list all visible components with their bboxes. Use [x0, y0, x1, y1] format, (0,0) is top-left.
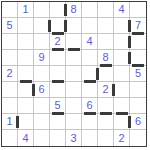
cell-r5c7[interactable]	[98, 66, 114, 82]
cell-r7c2[interactable]	[18, 98, 34, 114]
consecutive-bar-vertical-r2c3	[48, 20, 51, 32]
cell-r6c6[interactable]	[82, 82, 98, 98]
cell-r7c3[interactable]	[34, 98, 50, 114]
consecutive-bar-horizontal-r2c4	[52, 32, 64, 35]
cell-r9c1[interactable]	[2, 130, 18, 146]
cell-r2c7[interactable]	[98, 18, 114, 34]
cell-r6c5[interactable]	[66, 82, 82, 98]
cell-r2c1[interactable]: 5	[2, 18, 18, 34]
cell-r4c2[interactable]	[18, 50, 34, 66]
cell-r1c8[interactable]: 4	[114, 2, 130, 18]
cell-r8c5[interactable]	[66, 114, 82, 130]
consecutive-bar-horizontal-r3c4	[52, 48, 64, 51]
cell-r4c3[interactable]: 9	[34, 50, 50, 66]
consecutive-bar-horizontal-r3c5	[68, 48, 80, 51]
cell-r4c4[interactable]	[50, 50, 66, 66]
consecutive-bar-horizontal-r5c6	[84, 80, 96, 83]
cell-r3c9[interactable]	[130, 34, 146, 50]
cell-r8c2[interactable]	[18, 114, 34, 130]
consecutive-bar-horizontal-r7c8	[116, 112, 128, 115]
cell-r6c4[interactable]	[50, 82, 66, 98]
cell-r3c2[interactable]	[18, 34, 34, 50]
cell-r1c2[interactable]: 1	[18, 2, 34, 18]
cell-r5c3[interactable]	[34, 66, 50, 82]
cell-r5c1[interactable]: 2	[2, 66, 18, 82]
cell-r9c2[interactable]: 4	[18, 130, 34, 146]
cell-r1c7[interactable]	[98, 2, 114, 18]
consecutive-bar-horizontal-r5c2	[20, 80, 32, 83]
cell-r1c5[interactable]: 8	[66, 2, 82, 18]
cell-r3c3[interactable]	[34, 34, 50, 50]
cell-r2c2[interactable]	[18, 18, 34, 34]
consecutive-bar-horizontal-r7c7	[100, 112, 112, 115]
consecutive-bar-vertical-r8c8	[128, 116, 131, 128]
cell-r7c1[interactable]	[2, 98, 18, 114]
cell-r6c1[interactable]	[2, 82, 18, 98]
consecutive-bar-horizontal-r5c4	[52, 80, 64, 83]
cell-r8c4[interactable]	[50, 114, 66, 130]
cell-r5c5[interactable]	[66, 66, 82, 82]
consecutive-bar-vertical-r3c8	[128, 36, 131, 48]
cell-r9c6[interactable]	[82, 130, 98, 146]
cell-r1c1[interactable]	[2, 2, 18, 18]
cell-r4c1[interactable]	[2, 50, 18, 66]
cell-r9c5[interactable]: 3	[66, 130, 82, 146]
cell-r3c1[interactable]	[2, 34, 18, 50]
cell-r8c9[interactable]: 6	[130, 114, 146, 130]
cell-r6c8[interactable]	[114, 82, 130, 98]
cell-r1c6[interactable]	[82, 2, 98, 18]
cell-r8c6[interactable]	[82, 114, 98, 130]
consecutive-bar-vertical-r1c4	[64, 4, 67, 16]
consecutive-bar-vertical-r4c8	[128, 52, 131, 64]
puzzle-board: 18457249825625616432	[1, 1, 147, 147]
cell-r7c5[interactable]	[66, 98, 82, 114]
consecutive-bar-horizontal-r7c4	[52, 112, 64, 115]
cell-r9c7[interactable]	[98, 130, 114, 146]
cell-r2c5[interactable]	[66, 18, 82, 34]
cell-r1c3[interactable]	[34, 2, 50, 18]
cell-r3c7[interactable]	[98, 34, 114, 50]
consecutive-bar-vertical-r2c4	[64, 20, 67, 32]
cell-r9c8[interactable]: 2	[114, 130, 130, 146]
cell-r7c9[interactable]	[130, 98, 146, 114]
consecutive-bar-horizontal-r4c7	[100, 64, 112, 67]
consecutive-bar-horizontal-r7c6	[84, 112, 96, 115]
cell-r4c6[interactable]	[82, 50, 98, 66]
cell-r9c3[interactable]	[34, 130, 50, 146]
consecutive-bar-vertical-r8c1	[16, 116, 19, 128]
cell-r2c6[interactable]	[82, 18, 98, 34]
consecutive-bar-vertical-r6c7	[112, 84, 115, 96]
cell-r6c3[interactable]: 6	[34, 82, 50, 98]
cell-r1c9[interactable]	[130, 2, 146, 18]
cell-r4c5[interactable]	[66, 50, 82, 66]
consecutive-bar-vertical-r2c8	[128, 20, 131, 32]
cell-r5c9[interactable]: 5	[130, 66, 146, 82]
cell-r9c9[interactable]	[130, 130, 146, 146]
consecutive-bar-horizontal-r2c9	[132, 32, 144, 35]
cell-r6c9[interactable]	[130, 82, 146, 98]
cell-r8c3[interactable]	[34, 114, 50, 130]
cell-r8c7[interactable]	[98, 114, 114, 130]
consecutive-bar-vertical-r5c6	[96, 68, 99, 80]
consecutive-bar-horizontal-r4c9	[132, 64, 144, 67]
cell-r9c4[interactable]	[50, 130, 66, 146]
consecutive-bar-vertical-r6c2	[32, 84, 35, 96]
cell-r5c8[interactable]	[114, 66, 130, 82]
cell-r3c6[interactable]: 4	[82, 34, 98, 50]
